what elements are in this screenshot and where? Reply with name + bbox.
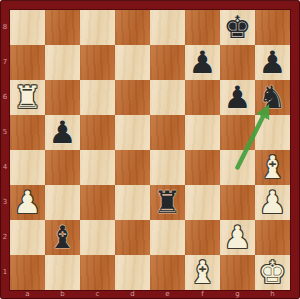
square-e8[interactable] bbox=[150, 10, 185, 45]
chess-board: ♚♟♟♜♟♞♟♝♟♜♟♝♟♝♚ bbox=[10, 10, 290, 290]
square-g4[interactable] bbox=[220, 150, 255, 185]
file-label-g: g bbox=[220, 290, 255, 299]
square-f2[interactable] bbox=[185, 220, 220, 255]
square-f7[interactable]: ♟ bbox=[185, 45, 220, 80]
square-b2[interactable]: ♝ bbox=[45, 220, 80, 255]
rank-label-4: 4 bbox=[0, 150, 10, 185]
piece-white-pawn-a3[interactable]: ♟ bbox=[14, 185, 42, 220]
piece-black-rook-e3[interactable]: ♜ bbox=[154, 185, 182, 220]
square-h6[interactable]: ♞ bbox=[255, 80, 290, 115]
square-f3[interactable] bbox=[185, 185, 220, 220]
square-h4[interactable]: ♝ bbox=[255, 150, 290, 185]
square-g7[interactable] bbox=[220, 45, 255, 80]
rank-label-8: 8 bbox=[0, 10, 10, 45]
square-b3[interactable] bbox=[45, 185, 80, 220]
square-e5[interactable] bbox=[150, 115, 185, 150]
square-h2[interactable] bbox=[255, 220, 290, 255]
rank-label-2: 2 bbox=[0, 220, 10, 255]
square-e2[interactable] bbox=[150, 220, 185, 255]
file-label-a: a bbox=[10, 290, 45, 299]
piece-black-knight-h6[interactable]: ♞ bbox=[259, 80, 287, 115]
square-a4[interactable] bbox=[10, 150, 45, 185]
piece-black-king-g8[interactable]: ♚ bbox=[224, 10, 252, 45]
square-b8[interactable] bbox=[45, 10, 80, 45]
square-e6[interactable] bbox=[150, 80, 185, 115]
square-h8[interactable] bbox=[255, 10, 290, 45]
square-d2[interactable] bbox=[115, 220, 150, 255]
square-d7[interactable] bbox=[115, 45, 150, 80]
square-e3[interactable]: ♜ bbox=[150, 185, 185, 220]
square-f5[interactable] bbox=[185, 115, 220, 150]
square-e1[interactable] bbox=[150, 255, 185, 290]
chess-board-frame: ♚♟♟♜♟♞♟♝♟♜♟♝♟♝♚ 87654321abcdefgh bbox=[0, 0, 300, 299]
square-d5[interactable] bbox=[115, 115, 150, 150]
square-f6[interactable] bbox=[185, 80, 220, 115]
square-c8[interactable] bbox=[80, 10, 115, 45]
square-a6[interactable]: ♜ bbox=[10, 80, 45, 115]
square-b1[interactable] bbox=[45, 255, 80, 290]
rank-label-5: 5 bbox=[0, 115, 10, 150]
file-label-e: e bbox=[150, 290, 185, 299]
square-c7[interactable] bbox=[80, 45, 115, 80]
piece-white-bishop-h4[interactable]: ♝ bbox=[259, 150, 287, 185]
square-g3[interactable] bbox=[220, 185, 255, 220]
square-a2[interactable] bbox=[10, 220, 45, 255]
square-c1[interactable] bbox=[80, 255, 115, 290]
square-e4[interactable] bbox=[150, 150, 185, 185]
square-a5[interactable] bbox=[10, 115, 45, 150]
file-label-c: c bbox=[80, 290, 115, 299]
square-h7[interactable]: ♟ bbox=[255, 45, 290, 80]
square-a8[interactable] bbox=[10, 10, 45, 45]
rank-label-3: 3 bbox=[0, 185, 10, 220]
square-h5[interactable] bbox=[255, 115, 290, 150]
square-g6[interactable]: ♟ bbox=[220, 80, 255, 115]
square-g1[interactable] bbox=[220, 255, 255, 290]
piece-black-pawn-h7[interactable]: ♟ bbox=[259, 45, 287, 80]
square-e7[interactable] bbox=[150, 45, 185, 80]
square-c4[interactable] bbox=[80, 150, 115, 185]
square-a3[interactable]: ♟ bbox=[10, 185, 45, 220]
piece-white-bishop-f1[interactable]: ♝ bbox=[189, 255, 217, 290]
square-g2[interactable]: ♟ bbox=[220, 220, 255, 255]
square-h3[interactable]: ♟ bbox=[255, 185, 290, 220]
file-label-b: b bbox=[45, 290, 80, 299]
square-b5[interactable]: ♟ bbox=[45, 115, 80, 150]
square-d4[interactable] bbox=[115, 150, 150, 185]
piece-black-bishop-b2[interactable]: ♝ bbox=[49, 220, 77, 255]
piece-white-pawn-h3[interactable]: ♟ bbox=[259, 185, 287, 220]
square-d1[interactable] bbox=[115, 255, 150, 290]
piece-white-rook-a6[interactable]: ♜ bbox=[14, 80, 42, 115]
square-d8[interactable] bbox=[115, 10, 150, 45]
square-d3[interactable] bbox=[115, 185, 150, 220]
piece-black-pawn-b5[interactable]: ♟ bbox=[49, 115, 77, 150]
file-label-f: f bbox=[185, 290, 220, 299]
square-a1[interactable] bbox=[10, 255, 45, 290]
square-h1[interactable]: ♚ bbox=[255, 255, 290, 290]
square-d6[interactable] bbox=[115, 80, 150, 115]
piece-white-king-h1[interactable]: ♚ bbox=[259, 255, 287, 290]
file-label-d: d bbox=[115, 290, 150, 299]
file-label-h: h bbox=[255, 290, 290, 299]
square-c3[interactable] bbox=[80, 185, 115, 220]
square-c5[interactable] bbox=[80, 115, 115, 150]
piece-white-pawn-g2[interactable]: ♟ bbox=[224, 220, 252, 255]
square-g8[interactable]: ♚ bbox=[220, 10, 255, 45]
rank-label-7: 7 bbox=[0, 45, 10, 80]
square-f8[interactable] bbox=[185, 10, 220, 45]
rank-label-6: 6 bbox=[0, 80, 10, 115]
rank-label-1: 1 bbox=[0, 255, 10, 290]
square-c2[interactable] bbox=[80, 220, 115, 255]
square-b4[interactable] bbox=[45, 150, 80, 185]
square-f1[interactable]: ♝ bbox=[185, 255, 220, 290]
piece-black-pawn-g6[interactable]: ♟ bbox=[224, 80, 252, 115]
square-g5[interactable] bbox=[220, 115, 255, 150]
square-b7[interactable] bbox=[45, 45, 80, 80]
piece-black-pawn-f7[interactable]: ♟ bbox=[189, 45, 217, 80]
square-f4[interactable] bbox=[185, 150, 220, 185]
square-b6[interactable] bbox=[45, 80, 80, 115]
square-a7[interactable] bbox=[10, 45, 45, 80]
square-c6[interactable] bbox=[80, 80, 115, 115]
